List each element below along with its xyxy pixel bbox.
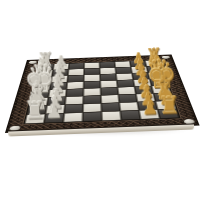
- square-r8c7[interactable]: ♟: [139, 110, 160, 120]
- perspective-scene: ♜♟♟♜♞♟♟♞♝♟♟♝♛♟♟♛♚♟♟♚♝♟♟♝♞♟♟♞♜♟♟♜: [0, 0, 200, 200]
- piece-gold-rook[interactable]: ♜: [158, 94, 180, 117]
- piece-gold-pawn[interactable]: ♟: [141, 100, 158, 117]
- scene-tilt: ♜♟♟♜♞♟♟♞♝♟♟♝♛♟♟♛♚♟♟♚♝♟♟♝♞♟♟♞♜♟♟♜: [0, 0, 200, 200]
- chess-set-photo: ♜♟♟♜♞♟♟♞♝♟♟♝♛♟♟♛♚♟♟♚♝♟♟♝♞♟♟♞♜♟♟♜: [0, 0, 200, 200]
- square-r8c3[interactable]: [63, 112, 83, 122]
- square-r4c3[interactable]: [67, 82, 84, 90]
- square-r8c1[interactable]: ♜: [25, 114, 46, 124]
- square-r4c5[interactable]: [100, 80, 117, 88]
- piece-silver-pawn[interactable]: ♟: [45, 104, 62, 121]
- square-r4c6[interactable]: [117, 80, 135, 88]
- square-r8c4[interactable]: [83, 112, 102, 122]
- square-r8c2[interactable]: ♟: [44, 113, 64, 123]
- board-squares: ♜♟♟♜♞♟♟♞♝♟♟♝♛♟♟♛♚♟♟♚♝♟♟♝♞♟♟♞♜♟♟♜: [25, 60, 180, 124]
- square-r8c5[interactable]: [102, 111, 122, 121]
- chess-board: ♜♟♟♜♞♟♟♞♝♟♟♝♛♟♟♛♚♟♟♚♝♟♟♝♞♟♟♞♜♟♟♜: [5, 55, 200, 134]
- piece-silver-rook[interactable]: ♜: [23, 100, 45, 123]
- square-r8c8[interactable]: ♜: [158, 109, 180, 119]
- square-r5c6[interactable]: [118, 87, 136, 95]
- square-r5c5[interactable]: [101, 87, 119, 95]
- square-r6c3[interactable]: [65, 96, 83, 105]
- square-r8c6[interactable]: [120, 110, 140, 120]
